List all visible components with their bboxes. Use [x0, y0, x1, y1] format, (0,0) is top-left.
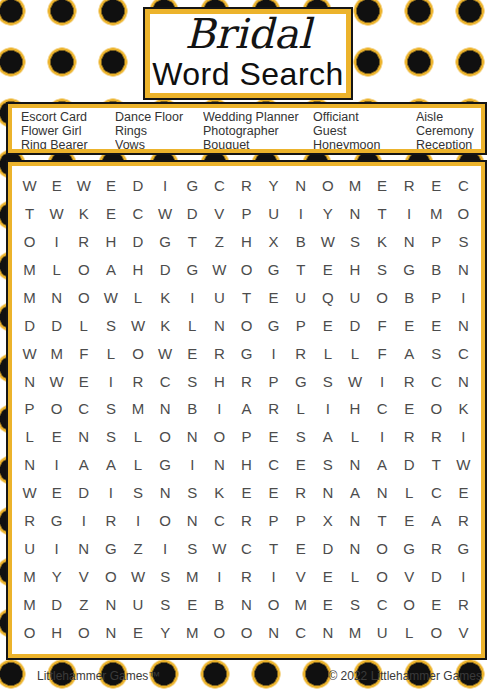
grid-cell: U — [16, 534, 43, 562]
grid-cell: I — [260, 339, 287, 367]
grid-cell: M — [16, 284, 43, 312]
grid-cell: N — [450, 311, 477, 339]
grid-cell: D — [43, 311, 70, 339]
grid-cell: C — [233, 534, 260, 562]
grid-cell: R — [70, 228, 97, 256]
grid-cell: M — [341, 618, 368, 646]
word-item: Honeymoon — [313, 139, 416, 149]
grid-cell: W — [314, 228, 341, 256]
grid-cell: I — [43, 451, 70, 479]
grid-cell: G — [396, 534, 423, 562]
grid-cell: H — [97, 228, 124, 256]
grid-cell: I — [450, 284, 477, 312]
grid-cell: L — [341, 423, 368, 451]
grid-cell: U — [124, 590, 151, 618]
grid-cell: A — [70, 451, 97, 479]
grid-cell: O — [314, 172, 341, 200]
title-script-text: Bridal — [185, 14, 312, 55]
grid-cell: W — [124, 562, 151, 590]
grid-cell: N — [260, 618, 287, 646]
grid-cell: C — [124, 200, 151, 228]
grid-cell: A — [341, 479, 368, 507]
word-item: Officiant — [313, 111, 416, 125]
grid-cell: N — [16, 451, 43, 479]
grid-cell: T — [260, 534, 287, 562]
grid-cell: E — [287, 534, 314, 562]
grid-cell: L — [179, 311, 206, 339]
grid-cell: D — [16, 311, 43, 339]
grid-cell: G — [287, 367, 314, 395]
grid-cell: S — [152, 590, 179, 618]
grid-cell: U — [369, 618, 396, 646]
grid-cell: W — [152, 339, 179, 367]
grid-cell: W — [341, 367, 368, 395]
grid-cell: H — [341, 256, 368, 284]
grid-cell: W — [43, 367, 70, 395]
grid-cell: M — [16, 590, 43, 618]
grid-cell: N — [314, 618, 341, 646]
word-bank-column: Aisle Ceremony Reception — [416, 111, 481, 149]
grid-cell: K — [369, 228, 396, 256]
grid-cell: G — [233, 339, 260, 367]
grid-cell: R — [233, 172, 260, 200]
grid-cell: L — [43, 256, 70, 284]
grid-cell: S — [287, 423, 314, 451]
grid-cell: O — [450, 200, 477, 228]
grid-cell: I — [70, 507, 97, 535]
word-item: Flower Girl — [21, 125, 115, 139]
grid-cell: R — [396, 367, 423, 395]
grid-cell: G — [152, 451, 179, 479]
grid-cell: T — [369, 200, 396, 228]
grid-cell: M — [16, 256, 43, 284]
grid-cell: R — [97, 507, 124, 535]
grid-cell: I — [314, 395, 341, 423]
grid-cell: I — [43, 228, 70, 256]
grid-cell: C — [423, 479, 450, 507]
grid-cell: T — [287, 256, 314, 284]
word-item: Ring Bearer — [21, 139, 115, 149]
grid-cell: I — [206, 395, 233, 423]
grid-cell: G — [260, 311, 287, 339]
grid-cell: T — [16, 200, 43, 228]
grid-cell: G — [179, 172, 206, 200]
grid-cell: O — [152, 507, 179, 535]
grid-cell: N — [369, 479, 396, 507]
grid-cell: R — [206, 339, 233, 367]
grid-cell: L — [124, 423, 151, 451]
grid-cell: O — [369, 284, 396, 312]
grid-cell: N — [16, 367, 43, 395]
grid-cell: P — [233, 200, 260, 228]
grid-cell: L — [16, 423, 43, 451]
grid-cell: Y — [43, 562, 70, 590]
word-item: Dance Floor — [115, 111, 203, 125]
grid-cell: S — [97, 311, 124, 339]
grid-cell: E — [423, 590, 450, 618]
grid-cell: N — [341, 200, 368, 228]
grid-cell: H — [43, 618, 70, 646]
grid-cell: C — [450, 339, 477, 367]
grid-cell: E — [450, 479, 477, 507]
grid-cell: F — [369, 311, 396, 339]
grid-cell: M — [16, 562, 43, 590]
grid-cell: L — [341, 339, 368, 367]
grid-cell: I — [97, 367, 124, 395]
grid-cell: G — [97, 534, 124, 562]
grid-cell: N — [450, 367, 477, 395]
grid-cell: O — [70, 284, 97, 312]
grid-cell: D — [179, 200, 206, 228]
grid-cell: S — [97, 423, 124, 451]
grid-cell: W — [43, 200, 70, 228]
grid-cell: U — [341, 284, 368, 312]
grid-cell: I — [369, 367, 396, 395]
grid-cell: R — [396, 423, 423, 451]
grid-cell: B — [179, 395, 206, 423]
grid-cell: R — [423, 534, 450, 562]
grid-cell: U — [206, 284, 233, 312]
grid-cell: Z — [70, 590, 97, 618]
grid-cell: R — [287, 479, 314, 507]
grid-cell: W — [124, 311, 151, 339]
grid-cell: H — [124, 256, 151, 284]
grid-cell: K — [206, 479, 233, 507]
grid-cell: C — [206, 172, 233, 200]
grid-cell: O — [152, 423, 179, 451]
grid-cell: I — [260, 562, 287, 590]
grid-cell: R — [233, 562, 260, 590]
grid-cell: M — [124, 395, 151, 423]
grid-cell: R — [287, 339, 314, 367]
grid-cell: M — [423, 200, 450, 228]
grid-cell: S — [97, 395, 124, 423]
grid-cell: D — [396, 451, 423, 479]
grid-cell: T — [233, 284, 260, 312]
grid-cell: C — [152, 367, 179, 395]
grid-cell: D — [70, 479, 97, 507]
grid-cell: S — [179, 479, 206, 507]
grid-cell: I — [179, 451, 206, 479]
grid-cell: G — [152, 228, 179, 256]
grid-cell: E — [369, 172, 396, 200]
grid-cell: S — [124, 479, 151, 507]
grid-cell: N — [43, 284, 70, 312]
grid-cell: L — [341, 562, 368, 590]
grid-cell: R — [396, 172, 423, 200]
grid-cell: R — [16, 507, 43, 535]
grid-cell: I — [43, 534, 70, 562]
grid-cell: D — [43, 590, 70, 618]
grid-cell: O — [70, 618, 97, 646]
grid-cell: C — [369, 590, 396, 618]
grid-cell: I — [369, 423, 396, 451]
letter-grid: WEWEDIGCRYNOMERECTWKECWDVPUIYNTIMOOIRHDG… — [8, 162, 485, 658]
grid-cell: M — [287, 590, 314, 618]
grid-cell: D — [341, 311, 368, 339]
grid-cell: O — [233, 618, 260, 646]
grid-cell: A — [97, 451, 124, 479]
grid-cell: N — [314, 479, 341, 507]
grid-cell: E — [43, 479, 70, 507]
grid-cell: E — [43, 423, 70, 451]
grid-cell: R — [450, 507, 477, 535]
grid-cell: M — [179, 562, 206, 590]
word-bank: Escort Card Flower Girl Ring Bearer Danc… — [8, 104, 485, 153]
grid-cell: D — [423, 562, 450, 590]
grid-cell: Y — [152, 618, 179, 646]
word-bank-column: Wedding Planner Photographer Bouquet — [203, 111, 313, 149]
grid-cell: G — [179, 256, 206, 284]
grid-cell: H — [341, 395, 368, 423]
grid-cell: H — [206, 367, 233, 395]
grid-cell: O — [206, 423, 233, 451]
grid-cell: O — [396, 590, 423, 618]
word-item: Guest — [313, 125, 416, 139]
grid-cell: N — [152, 395, 179, 423]
grid-cell: N — [206, 311, 233, 339]
grid-cell: B — [396, 284, 423, 312]
grid-cell: M — [43, 339, 70, 367]
grid-cell: E — [423, 172, 450, 200]
word-bank-column: Dance Floor Rings Vows — [115, 111, 203, 149]
grid-cell: V — [70, 562, 97, 590]
grid-cell: O — [16, 228, 43, 256]
grid-cell: E — [396, 395, 423, 423]
grid-cell: L — [396, 618, 423, 646]
grid-cell: E — [260, 479, 287, 507]
grid-cell: G — [43, 507, 70, 535]
grid-cell: L — [97, 339, 124, 367]
grid-cell: S — [152, 562, 179, 590]
grid-cell: M — [341, 172, 368, 200]
grid-cell: K — [152, 284, 179, 312]
grid-cell: W — [152, 200, 179, 228]
grid-cell: V — [287, 562, 314, 590]
grid-cell: E — [396, 507, 423, 535]
word-item: Bouquet — [203, 139, 313, 149]
grid-cell: I — [97, 479, 124, 507]
grid-cell: T — [179, 228, 206, 256]
grid-cell: D — [124, 172, 151, 200]
grid-cell: U — [260, 200, 287, 228]
grid-cell: B — [287, 228, 314, 256]
grid-cell: G — [396, 256, 423, 284]
grid-cell: N — [70, 534, 97, 562]
grid-cell: C — [287, 618, 314, 646]
grid-cell: E — [260, 284, 287, 312]
grid-cell: N — [341, 507, 368, 535]
grid-cell: O — [124, 339, 151, 367]
grid-cell: P — [287, 507, 314, 535]
grid-cell: I — [396, 200, 423, 228]
grid-cell: C — [369, 395, 396, 423]
grid-cell: N — [97, 618, 124, 646]
grid-cell: C — [423, 367, 450, 395]
grid-cell: L — [124, 284, 151, 312]
grid-cell: R — [233, 367, 260, 395]
grid-cell: A — [233, 395, 260, 423]
grid-cell: O — [423, 618, 450, 646]
grid-cell: K — [152, 311, 179, 339]
grid-cell: V — [396, 562, 423, 590]
grid-cell: G — [450, 534, 477, 562]
grid-cell: W — [450, 451, 477, 479]
grid-cell: O — [369, 562, 396, 590]
grid-cell: S — [369, 256, 396, 284]
grid-cell: H — [233, 451, 260, 479]
grid-cell: Z — [206, 228, 233, 256]
grid-cell: P — [287, 311, 314, 339]
grid-cell: C — [206, 507, 233, 535]
grid-cell: V — [450, 618, 477, 646]
grid-cell: O — [423, 395, 450, 423]
grid-cell: K — [450, 395, 477, 423]
grid-cell: P — [260, 507, 287, 535]
grid-cell: R — [124, 367, 151, 395]
page-title: Word Search — [152, 58, 344, 90]
grid-cell: X — [260, 228, 287, 256]
grid-cell: R — [423, 423, 450, 451]
footer-brand-text: Littlehammer Games™ — [37, 669, 160, 683]
grid-cell: Y — [260, 172, 287, 200]
grid-cell: N — [179, 507, 206, 535]
grid-cell: E — [314, 590, 341, 618]
grid-cell: R — [233, 507, 260, 535]
word-item: Reception — [416, 139, 481, 149]
grid-cell: V — [206, 200, 233, 228]
grid-cell: W — [16, 172, 43, 200]
grid-cell: I — [152, 534, 179, 562]
grid-cell: Q — [314, 284, 341, 312]
grid-cell: O — [206, 618, 233, 646]
grid-cell: A — [369, 451, 396, 479]
grid-cell: S — [179, 534, 206, 562]
grid-cell: H — [233, 228, 260, 256]
word-bank-column: Officiant Guest Honeymoon — [313, 111, 416, 149]
grid-cell: A — [314, 423, 341, 451]
grid-cell: B — [206, 590, 233, 618]
grid-cell: L — [396, 479, 423, 507]
grid-cell: N — [341, 534, 368, 562]
grid-cell: N — [233, 590, 260, 618]
grid-cell: I — [124, 507, 151, 535]
grid-cell: C — [260, 451, 287, 479]
grid-cell: S — [179, 367, 206, 395]
grid-cell: S — [341, 228, 368, 256]
grid-cell: C — [450, 172, 477, 200]
grid-cell: I — [287, 200, 314, 228]
title-box: Bridal Word Search — [145, 9, 351, 98]
grid-cell: F — [369, 339, 396, 367]
grid-cell: D — [314, 534, 341, 562]
grid-cell: S — [341, 590, 368, 618]
grid-cell: N — [450, 256, 477, 284]
word-bank-column: Escort Card Flower Girl Ring Bearer — [21, 111, 115, 149]
footer-copyright-text: © 2022 Littlehammer Games — [328, 669, 482, 683]
grid-cell: K — [70, 200, 97, 228]
grid-cell: E — [233, 479, 260, 507]
word-item: Escort Card — [21, 111, 115, 125]
grid-cell: O — [16, 618, 43, 646]
grid-cell: O — [233, 311, 260, 339]
word-item: Ceremony — [416, 125, 481, 139]
grid-cell: I — [179, 284, 206, 312]
grid-cell: E — [97, 200, 124, 228]
grid-cell: E — [260, 423, 287, 451]
grid-cell: N — [341, 451, 368, 479]
grid-cell: N — [179, 423, 206, 451]
grid-cell: Z — [124, 534, 151, 562]
grid-cell: A — [97, 256, 124, 284]
grid-cell: E — [396, 311, 423, 339]
grid-cell: E — [314, 256, 341, 284]
grid-cell: P — [233, 423, 260, 451]
grid-cell: E — [97, 172, 124, 200]
grid-cell: M — [179, 618, 206, 646]
grid-cell: N — [396, 228, 423, 256]
grid-cell: S — [314, 367, 341, 395]
grid-cell: N — [152, 479, 179, 507]
grid-cell: R — [450, 590, 477, 618]
grid-cell: I — [450, 423, 477, 451]
grid-cell: N — [206, 451, 233, 479]
grid-cell: O — [43, 395, 70, 423]
grid-cell: T — [369, 507, 396, 535]
grid-cell: D — [124, 228, 151, 256]
word-item: Wedding Planner — [203, 111, 313, 125]
grid-cell: E — [423, 311, 450, 339]
grid-cell: P — [16, 395, 43, 423]
grid-cell: W — [16, 479, 43, 507]
grid-cell: W — [16, 339, 43, 367]
grid-cell: E — [124, 618, 151, 646]
grid-cell: A — [396, 339, 423, 367]
grid-cell: E — [287, 451, 314, 479]
grid-cell: O — [97, 562, 124, 590]
grid-cell: A — [423, 507, 450, 535]
grid-cell: P — [260, 367, 287, 395]
word-item: Rings — [115, 125, 203, 139]
grid-cell: I — [206, 562, 233, 590]
grid-cell: S — [450, 228, 477, 256]
grid-cell: B — [423, 256, 450, 284]
grid-cell: W — [97, 284, 124, 312]
grid-cell: O — [233, 256, 260, 284]
grid-cell: E — [179, 339, 206, 367]
grid-cell: N — [287, 172, 314, 200]
grid-cell: E — [314, 562, 341, 590]
grid-cell: D — [152, 256, 179, 284]
grid-cell: T — [423, 451, 450, 479]
grid-cell: P — [423, 284, 450, 312]
grid-cell: G — [260, 256, 287, 284]
grid-cell: L — [287, 395, 314, 423]
grid-cell: O — [260, 590, 287, 618]
word-item: Vows — [115, 139, 203, 149]
grid-cell: F — [70, 339, 97, 367]
grid-cell: E — [179, 590, 206, 618]
grid-cell: P — [423, 228, 450, 256]
grid-cell: Y — [314, 200, 341, 228]
grid-cell: E — [43, 172, 70, 200]
grid-cell: I — [152, 172, 179, 200]
word-item: Photographer — [203, 125, 313, 139]
grid-cell: C — [70, 395, 97, 423]
grid-cell: I — [450, 562, 477, 590]
grid-cell: L — [70, 311, 97, 339]
grid-cell: X — [314, 507, 341, 535]
